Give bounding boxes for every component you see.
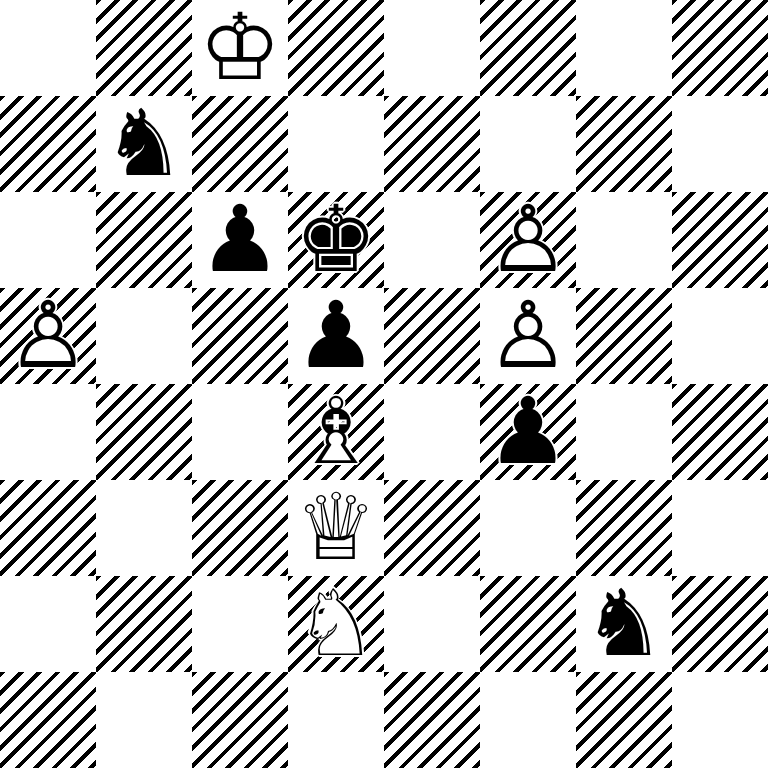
piece-backing: ♟ [480,384,576,480]
square-h8[interactable] [672,0,768,96]
square-a3[interactable] [0,480,96,576]
square-e5[interactable] [384,288,480,384]
piece-backing: ♞ [576,576,672,672]
square-d3[interactable]: ♛♕ [288,480,384,576]
square-g1[interactable] [576,672,672,768]
square-b7[interactable]: ♞♞ [96,96,192,192]
white-bishop-d4: ♗ [288,384,384,480]
square-e7[interactable] [384,96,480,192]
piece-backing: ♟ [480,192,576,288]
square-h1[interactable] [672,672,768,768]
piece-backing: ♛ [288,480,384,576]
square-c6[interactable]: ♟♟ [192,192,288,288]
square-a5[interactable]: ♟♙ [0,288,96,384]
square-c7[interactable] [192,96,288,192]
square-f3[interactable] [480,480,576,576]
square-b2[interactable] [96,576,192,672]
square-h3[interactable] [672,480,768,576]
square-c8[interactable]: ♚♔ [192,0,288,96]
square-b8[interactable] [96,0,192,96]
square-a8[interactable] [0,0,96,96]
black-knight-g2: ♞ [576,576,672,672]
square-h5[interactable] [672,288,768,384]
white-king-c8: ♔ [192,0,288,96]
square-e1[interactable] [384,672,480,768]
piece-backing: ♚ [288,192,384,288]
square-h2[interactable] [672,576,768,672]
square-c5[interactable] [192,288,288,384]
square-f6[interactable]: ♟♙ [480,192,576,288]
square-f4[interactable]: ♟♟ [480,384,576,480]
piece-backing: ♟ [480,288,576,384]
square-c2[interactable] [192,576,288,672]
square-b5[interactable] [96,288,192,384]
piece-backing: ♟ [0,288,96,384]
square-e4[interactable] [384,384,480,480]
square-a6[interactable] [0,192,96,288]
square-h7[interactable] [672,96,768,192]
square-f1[interactable] [480,672,576,768]
square-d8[interactable] [288,0,384,96]
black-king-d6: ♚ [288,192,384,288]
piece-backing: ♟ [288,288,384,384]
square-g2[interactable]: ♞♞ [576,576,672,672]
black-pawn-d5: ♟ [288,288,384,384]
square-e3[interactable] [384,480,480,576]
white-pawn-f5: ♙ [480,288,576,384]
square-e6[interactable] [384,192,480,288]
square-d5[interactable]: ♟♟ [288,288,384,384]
square-f7[interactable] [480,96,576,192]
square-d4[interactable]: ♝♗ [288,384,384,480]
black-knight-b7: ♞ [96,96,192,192]
piece-backing: ♞ [288,576,384,672]
square-c1[interactable] [192,672,288,768]
piece-backing: ♚ [192,0,288,96]
white-pawn-a5: ♙ [0,288,96,384]
square-b4[interactable] [96,384,192,480]
square-g7[interactable] [576,96,672,192]
square-a7[interactable] [0,96,96,192]
square-c3[interactable] [192,480,288,576]
square-a2[interactable] [0,576,96,672]
square-b1[interactable] [96,672,192,768]
white-knight-d2: ♘ [288,576,384,672]
piece-backing: ♝ [288,384,384,480]
black-pawn-f4: ♟ [480,384,576,480]
square-g6[interactable] [576,192,672,288]
square-g4[interactable] [576,384,672,480]
square-e2[interactable] [384,576,480,672]
square-f2[interactable] [480,576,576,672]
square-d6[interactable]: ♚♚ [288,192,384,288]
square-b3[interactable] [96,480,192,576]
black-pawn-c6: ♟ [192,192,288,288]
square-e8[interactable] [384,0,480,96]
square-h4[interactable] [672,384,768,480]
square-h6[interactable] [672,192,768,288]
piece-backing: ♞ [96,96,192,192]
square-d2[interactable]: ♞♘ [288,576,384,672]
square-d1[interactable] [288,672,384,768]
piece-backing: ♟ [192,192,288,288]
square-g3[interactable] [576,480,672,576]
chess-board: ♚♔♞♞♟♟♚♚♟♙♟♙♟♟♟♙♝♗♟♟♛♕♞♘♞♞ [0,0,768,768]
square-c4[interactable] [192,384,288,480]
square-f8[interactable] [480,0,576,96]
square-d7[interactable] [288,96,384,192]
square-a4[interactable] [0,384,96,480]
square-g8[interactable] [576,0,672,96]
square-a1[interactable] [0,672,96,768]
white-pawn-f6: ♙ [480,192,576,288]
white-queen-d3: ♕ [288,480,384,576]
square-b6[interactable] [96,192,192,288]
square-g5[interactable] [576,288,672,384]
square-f5[interactable]: ♟♙ [480,288,576,384]
